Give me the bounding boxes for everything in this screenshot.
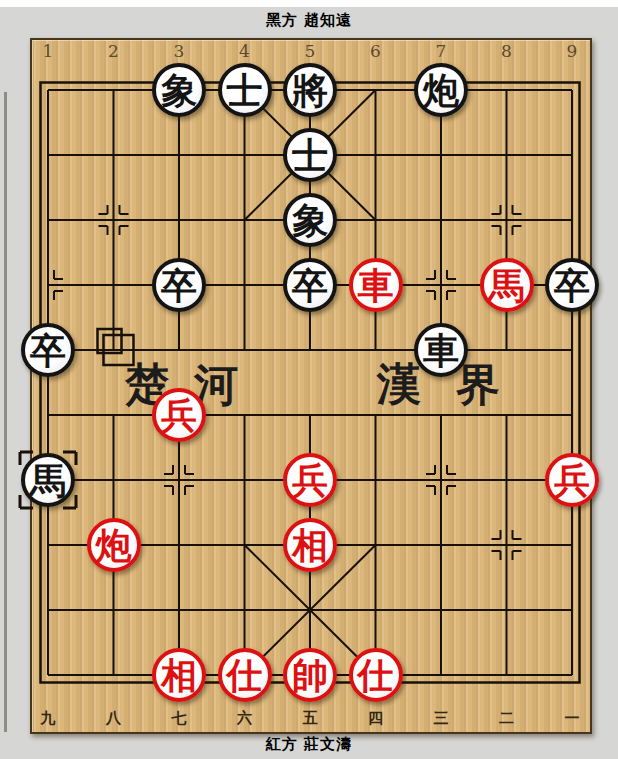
file-label-top-2: 2: [108, 41, 119, 61]
file-label-top-7: 7: [436, 41, 447, 61]
file-label-bottom-4: 六: [237, 709, 252, 728]
red-horse[interactable]: 馬: [480, 258, 534, 312]
black-chariot[interactable]: 車: [414, 323, 468, 377]
red-advisor[interactable]: 仕: [349, 648, 403, 702]
red-elephant[interactable]: 相: [283, 518, 337, 572]
file-label-bottom-6: 四: [368, 709, 383, 728]
black-general[interactable]: 將: [283, 63, 337, 117]
file-label-bottom-7: 三: [434, 709, 449, 728]
file-label-bottom-5: 五: [303, 709, 318, 728]
black-soldier[interactable]: 卒: [545, 258, 599, 312]
file-label-top-5: 5: [305, 41, 316, 61]
black-advisor[interactable]: 士: [218, 63, 272, 117]
file-label-top-1: 1: [43, 41, 54, 61]
black-soldier[interactable]: 卒: [21, 323, 75, 377]
left-edge-line: [4, 92, 7, 732]
red-soldier[interactable]: 兵: [545, 453, 599, 507]
file-label-top-8: 8: [501, 41, 512, 61]
file-label-bottom-1: 九: [41, 709, 56, 728]
black-soldier[interactable]: 卒: [283, 258, 337, 312]
file-label-bottom-3: 七: [172, 709, 187, 728]
top-white-strip: [0, 0, 618, 7]
red-chariot[interactable]: 車: [349, 258, 403, 312]
file-label-top-4: 4: [239, 41, 250, 61]
red-soldier[interactable]: 兵: [283, 453, 337, 507]
file-label-top-3: 3: [174, 41, 185, 61]
red-advisor[interactable]: 仕: [218, 648, 272, 702]
file-label-top-6: 6: [370, 41, 381, 61]
file-label-bottom-2: 八: [106, 709, 121, 728]
river-text-han: 漢: [377, 355, 421, 414]
xiangqi-board[interactable]: 123456789 九八七六五四三二一 楚 河 漢 界 象士將炮士象卒卒車馬卒卒…: [30, 38, 592, 734]
black-soldier[interactable]: 卒: [152, 258, 206, 312]
red-soldier[interactable]: 兵: [152, 388, 206, 442]
black-player-label: 黑方 趙知遠: [0, 11, 618, 30]
red-elephant[interactable]: 相: [152, 648, 206, 702]
file-label-bottom-8: 二: [499, 709, 514, 728]
app-window: { "game": "xiangqi", "titles": { "top": …: [0, 0, 618, 759]
black-elephant[interactable]: 象: [283, 193, 337, 247]
red-general[interactable]: 帥: [283, 648, 337, 702]
black-advisor[interactable]: 士: [283, 128, 337, 182]
file-label-bottom-9: 一: [565, 709, 580, 728]
black-elephant[interactable]: 象: [152, 63, 206, 117]
black-horse[interactable]: 馬: [21, 453, 75, 507]
red-cannon[interactable]: 炮: [87, 518, 141, 572]
file-label-top-9: 9: [567, 41, 578, 61]
red-player-label: 紅方 莊文濤: [0, 735, 618, 754]
black-cannon[interactable]: 炮: [414, 63, 468, 117]
